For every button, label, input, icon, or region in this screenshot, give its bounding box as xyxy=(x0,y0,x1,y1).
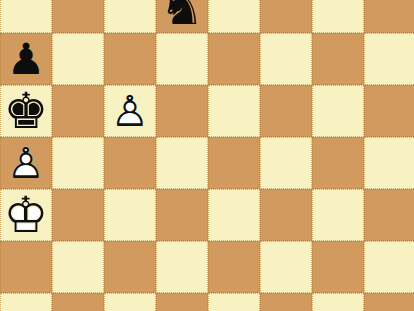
square-f5[interactable] xyxy=(260,137,312,189)
square-h6[interactable] xyxy=(364,85,414,137)
square-c4[interactable] xyxy=(104,189,156,241)
square-a2[interactable] xyxy=(0,293,52,311)
square-a7[interactable]: ♟ xyxy=(0,33,52,85)
square-b4[interactable] xyxy=(52,189,104,241)
black-knight[interactable]: ♞ xyxy=(157,0,207,32)
square-a5[interactable]: ♟♙ xyxy=(0,137,52,189)
square-g8[interactable] xyxy=(312,0,364,33)
square-a3[interactable] xyxy=(0,241,52,293)
square-h7[interactable] xyxy=(364,33,414,85)
square-h8[interactable] xyxy=(364,0,414,33)
square-c8[interactable] xyxy=(104,0,156,33)
chess-board: ♞♟♚♟♙♟♙♚♔ xyxy=(0,0,414,311)
square-f2[interactable] xyxy=(260,293,312,311)
square-b7[interactable] xyxy=(52,33,104,85)
square-g5[interactable] xyxy=(312,137,364,189)
square-c7[interactable] xyxy=(104,33,156,85)
white-pawn[interactable]: ♟♙ xyxy=(1,138,51,188)
square-e8[interactable] xyxy=(208,0,260,33)
square-a8[interactable] xyxy=(0,0,52,33)
square-e4[interactable] xyxy=(208,189,260,241)
board-grid: ♞♟♚♟♙♟♙♚♔ xyxy=(0,0,414,311)
square-e7[interactable] xyxy=(208,33,260,85)
square-c6[interactable]: ♟♙ xyxy=(104,85,156,137)
square-f8[interactable] xyxy=(260,0,312,33)
square-h2[interactable] xyxy=(364,293,414,311)
black-pawn[interactable]: ♟ xyxy=(1,34,51,84)
square-b3[interactable] xyxy=(52,241,104,293)
square-b5[interactable] xyxy=(52,137,104,189)
square-c5[interactable] xyxy=(104,137,156,189)
white-king[interactable]: ♚♔ xyxy=(1,190,51,240)
square-f6[interactable] xyxy=(260,85,312,137)
square-a6[interactable]: ♚ xyxy=(0,85,52,137)
square-b8[interactable] xyxy=(52,0,104,33)
square-h5[interactable] xyxy=(364,137,414,189)
square-f4[interactable] xyxy=(260,189,312,241)
square-d6[interactable] xyxy=(156,85,208,137)
square-g7[interactable] xyxy=(312,33,364,85)
square-d7[interactable] xyxy=(156,33,208,85)
square-b2[interactable] xyxy=(52,293,104,311)
square-e3[interactable] xyxy=(208,241,260,293)
square-g6[interactable] xyxy=(312,85,364,137)
black-king[interactable]: ♚ xyxy=(1,86,51,136)
square-d2[interactable] xyxy=(156,293,208,311)
square-h4[interactable] xyxy=(364,189,414,241)
square-d4[interactable] xyxy=(156,189,208,241)
square-g2[interactable] xyxy=(312,293,364,311)
square-d3[interactable] xyxy=(156,241,208,293)
white-pawn[interactable]: ♟♙ xyxy=(105,86,155,136)
square-f3[interactable] xyxy=(260,241,312,293)
square-d8[interactable]: ♞ xyxy=(156,0,208,33)
square-g3[interactable] xyxy=(312,241,364,293)
square-h3[interactable] xyxy=(364,241,414,293)
square-e2[interactable] xyxy=(208,293,260,311)
square-b6[interactable] xyxy=(52,85,104,137)
square-a4[interactable]: ♚♔ xyxy=(0,189,52,241)
square-c3[interactable] xyxy=(104,241,156,293)
square-d5[interactable] xyxy=(156,137,208,189)
square-g4[interactable] xyxy=(312,189,364,241)
square-e6[interactable] xyxy=(208,85,260,137)
square-e5[interactable] xyxy=(208,137,260,189)
square-c2[interactable] xyxy=(104,293,156,311)
square-f7[interactable] xyxy=(260,33,312,85)
